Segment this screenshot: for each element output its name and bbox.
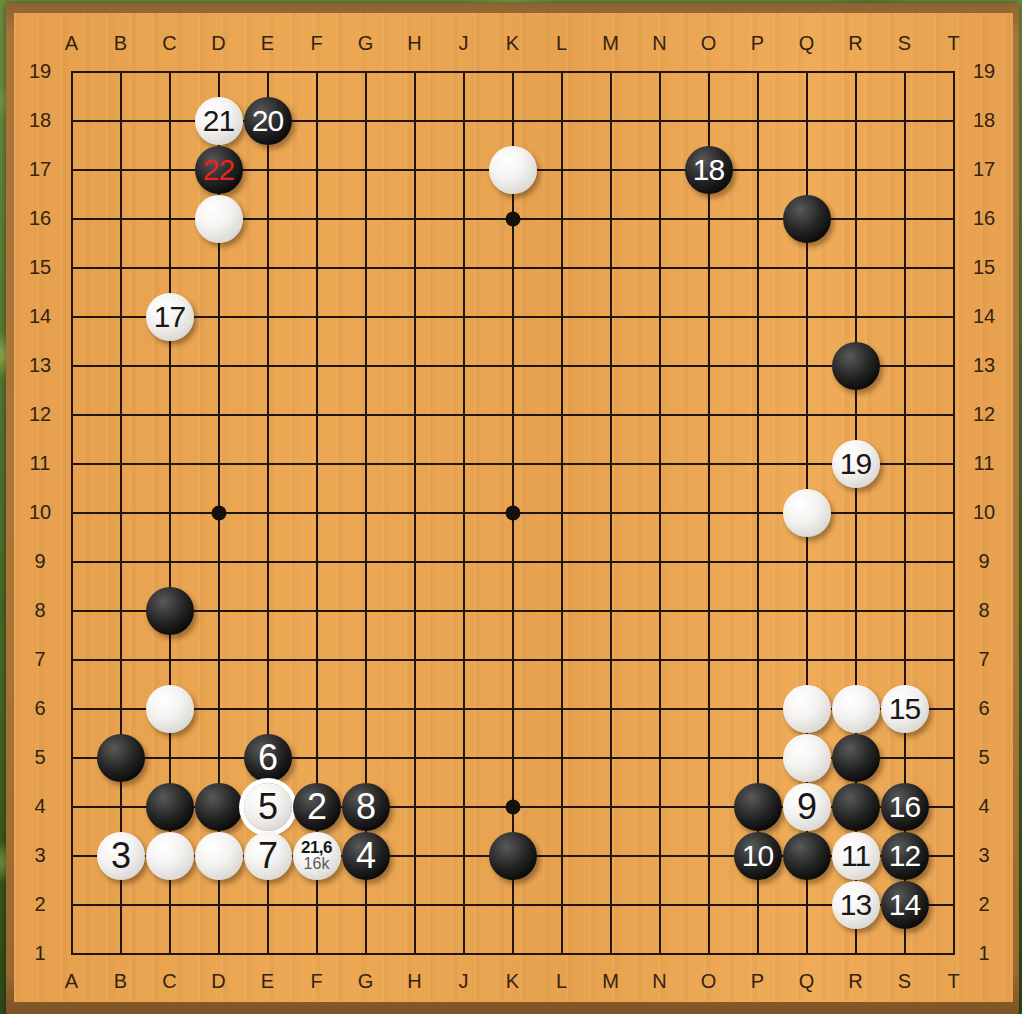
stone-e3[interactable]: 7 [244,832,292,880]
stone-f4[interactable]: 2 [293,783,341,831]
move-number: 14 [889,890,920,920]
move-number: 17 [154,302,185,332]
stone-e4[interactable]: 5 [244,783,292,831]
move-number: 20 [252,106,283,136]
stone-q6[interactable] [783,685,831,733]
move-number: 2 [307,789,326,825]
stone-b5[interactable] [97,734,145,782]
stone-d16[interactable] [195,195,243,243]
stone-q10[interactable] [783,489,831,537]
move-number: 16 [889,792,920,822]
stone-c14[interactable]: 17 [146,293,194,341]
stone-k3[interactable] [489,832,537,880]
stone-d18[interactable]: 21 [195,97,243,145]
move-number: 5 [258,789,277,825]
stone-c4[interactable] [146,783,194,831]
stone-c6[interactable] [146,685,194,733]
stone-r11[interactable]: 19 [832,440,880,488]
move-number: 19 [840,449,871,479]
stone-r4[interactable] [832,783,880,831]
stone-p4[interactable] [734,783,782,831]
stone-q5[interactable] [783,734,831,782]
stone-s4[interactable]: 16 [881,783,929,831]
stone-q16[interactable] [783,195,831,243]
move-number: 6 [258,740,277,776]
stone-e5[interactable]: 6 [244,734,292,782]
stone-d4[interactable] [195,783,243,831]
move-number: 10 [742,841,773,871]
go-app-screen: ABCDEFGHJKLMNOPQRST ABCDEFGHJKLMNOPQRST … [0,0,1022,1014]
go-board[interactable]: 21202218171965283721,616k415916101112131… [47,47,978,978]
move-number: 13 [840,890,871,920]
stone-r5[interactable] [832,734,880,782]
stone-r13[interactable] [832,342,880,390]
stone-b3[interactable]: 3 [97,832,145,880]
stone-g4[interactable]: 8 [342,783,390,831]
stone-g3[interactable]: 4 [342,832,390,880]
stone-k17[interactable] [489,146,537,194]
stone-q4[interactable]: 9 [783,783,831,831]
move-number: 15 [889,694,920,724]
stone-c8[interactable] [146,587,194,635]
stone-annotation: 21,616k [301,840,332,871]
move-number: 4 [356,838,375,874]
stone-s3[interactable]: 12 [881,832,929,880]
stone-s2[interactable]: 14 [881,881,929,929]
move-number: 9 [797,789,816,825]
move-number: 18 [693,155,724,185]
stone-s6[interactable]: 15 [881,685,929,733]
stone-f3[interactable]: 21,616k [293,832,341,880]
stone-e18[interactable]: 20 [244,97,292,145]
move-number: 22 [203,155,234,185]
stone-p3[interactable]: 10 [734,832,782,880]
move-number: 12 [889,841,920,871]
move-number: 21 [203,106,234,136]
move-number: 8 [356,789,375,825]
stone-q3[interactable] [783,832,831,880]
stone-r3[interactable]: 11 [832,832,880,880]
move-number: 3 [111,838,130,874]
move-number: 7 [258,838,277,874]
stone-o17[interactable]: 18 [685,146,733,194]
stone-d17[interactable]: 22 [195,146,243,194]
move-number: 11 [841,841,870,871]
stone-r6[interactable] [832,685,880,733]
stone-c3[interactable] [146,832,194,880]
stone-r2[interactable]: 13 [832,881,880,929]
stone-d3[interactable] [195,832,243,880]
